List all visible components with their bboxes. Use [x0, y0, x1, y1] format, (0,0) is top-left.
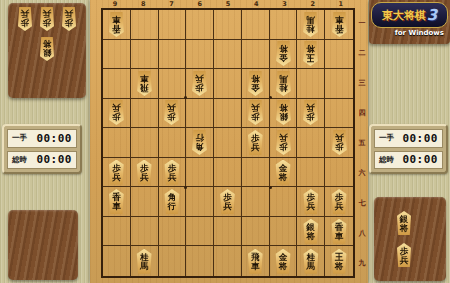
square-6-1[interactable] — [186, 10, 214, 40]
piece-lance[interactable]: 香車 — [329, 219, 350, 244]
square-7-2[interactable] — [159, 40, 187, 70]
file-label: 4 — [242, 0, 270, 8]
clock-panel-left: 一手 00:00 総時 00:00 — [2, 124, 82, 174]
rank-label: 一 — [356, 8, 368, 38]
piece-pawn[interactable]: 歩兵 — [273, 130, 294, 155]
piece-pawn[interactable]: 歩兵 — [300, 100, 321, 125]
rank-label: 九 — [356, 248, 368, 278]
piece-pawn[interactable]: 歩兵 — [189, 71, 210, 96]
piece-kanji: 兵 — [307, 103, 316, 112]
square-1-2[interactable] — [325, 40, 353, 70]
square-8-7[interactable] — [131, 187, 159, 217]
piece-kanji: 香 — [112, 24, 121, 33]
square-8-4[interactable] — [131, 99, 159, 129]
komadai-empty — [8, 210, 78, 280]
clock-total-label: 総時 — [379, 155, 394, 165]
square-9-1[interactable]: 香車 — [103, 10, 131, 40]
square-1-5[interactable]: 歩兵 — [325, 128, 353, 158]
square-2-9[interactable]: 桂馬 — [297, 246, 325, 276]
piece-kanji: 兵 — [400, 256, 409, 265]
file-label: 5 — [214, 0, 242, 8]
piece-pawn[interactable]: 歩兵 — [106, 100, 127, 125]
square-3-5[interactable]: 歩兵 — [270, 128, 298, 158]
square-9-4[interactable]: 歩兵 — [103, 99, 131, 129]
piece-rook[interactable]: 飛車 — [134, 71, 155, 96]
piece-kanji: 銀 — [279, 112, 288, 121]
square-4-4[interactable]: 歩兵 — [242, 99, 270, 129]
clock-move-label: 一手 — [379, 133, 394, 143]
piece-silver[interactable]: 銀将 — [273, 100, 294, 125]
piece-pawn[interactable]: 歩兵 — [394, 243, 414, 267]
square-3-9[interactable]: 金将 — [270, 246, 298, 276]
piece-lance[interactable]: 香車 — [329, 12, 350, 37]
square-8-6[interactable]: 歩兵 — [131, 158, 159, 188]
komadai-gote: 歩兵歩兵歩兵銀将 — [8, 3, 86, 98]
star-point — [184, 186, 187, 189]
piece-pawn[interactable]: 歩兵 — [106, 160, 127, 185]
square-9-9[interactable] — [103, 246, 131, 276]
clock-row-total: 総時 00:00 — [7, 151, 77, 170]
piece-pawn[interactable]: 歩兵 — [37, 7, 57, 31]
clock-total-label: 総時 — [12, 155, 27, 165]
square-7-8[interactable] — [159, 217, 187, 247]
piece-kanji: 兵 — [140, 173, 149, 182]
piece-pawn[interactable]: 歩兵 — [329, 189, 350, 214]
piece-kanji: 桂 — [307, 24, 316, 33]
file-label: 9 — [101, 0, 129, 8]
piece-kanji: 兵 — [223, 202, 232, 211]
square-3-1[interactable] — [270, 10, 298, 40]
piece-kanji: 馬 — [307, 262, 316, 271]
square-2-4[interactable]: 歩兵 — [297, 99, 325, 129]
piece-king[interactable]: 王将 — [329, 249, 350, 274]
piece-kanji: 行 — [168, 202, 177, 211]
piece-kanji: 兵 — [43, 9, 52, 18]
piece-kanji: 歩 — [307, 112, 316, 121]
square-1-4[interactable] — [325, 99, 353, 129]
square-2-6[interactable] — [297, 158, 325, 188]
square-5-6[interactable] — [214, 158, 242, 188]
board-grid: 香車桂馬香車金将玉将飛車歩兵金将桂馬歩兵歩兵歩兵銀将歩兵角行歩兵歩兵歩兵歩兵歩兵… — [101, 8, 355, 278]
piece-kanji: 将 — [43, 39, 52, 48]
piece-pawn[interactable]: 歩兵 — [217, 189, 238, 214]
piece-lance[interactable]: 香車 — [106, 12, 127, 37]
square-4-5[interactable]: 歩兵 — [242, 128, 270, 158]
square-2-1[interactable]: 桂馬 — [297, 10, 325, 40]
piece-kanji: 将 — [279, 44, 288, 53]
piece-kanji: 歩 — [21, 18, 30, 27]
clock-total-value: 00:00 — [402, 153, 438, 166]
piece-pawn[interactable]: 歩兵 — [161, 160, 182, 185]
piece-kanji: 香 — [335, 24, 344, 33]
rank-label: 四 — [356, 98, 368, 128]
piece-kanji: 金 — [251, 83, 260, 92]
square-5-1[interactable] — [214, 10, 242, 40]
rank-label: 七 — [356, 188, 368, 218]
square-4-6[interactable] — [242, 158, 270, 188]
square-2-2[interactable]: 玉将 — [297, 40, 325, 70]
square-2-5[interactable] — [297, 128, 325, 158]
square-6-3[interactable]: 歩兵 — [186, 69, 214, 99]
square-1-6[interactable] — [325, 158, 353, 188]
piece-knight[interactable]: 桂馬 — [273, 71, 294, 96]
piece-kanji: 歩 — [43, 18, 52, 27]
square-7-7[interactable]: 角行 — [159, 187, 187, 217]
square-5-5[interactable] — [214, 128, 242, 158]
square-6-5[interactable]: 角行 — [186, 128, 214, 158]
star-point — [269, 96, 272, 99]
file-label: 1 — [327, 0, 355, 8]
piece-kanji: 将 — [400, 224, 409, 233]
square-6-7[interactable] — [186, 187, 214, 217]
piece-kanji: 車 — [140, 74, 149, 83]
clock-row-move: 一手 00:00 — [7, 129, 77, 148]
piece-kanji: 車 — [112, 202, 121, 211]
piece-kanji: 将 — [279, 173, 288, 182]
piece-kanji: 歩 — [279, 142, 288, 151]
clock-total-value: 00:00 — [36, 153, 72, 166]
square-4-3[interactable]: 金将 — [242, 69, 270, 99]
piece-kanji: 兵 — [112, 173, 121, 182]
square-5-8[interactable] — [214, 217, 242, 247]
logo-version: 3 — [427, 6, 437, 24]
piece-gold[interactable]: 金将 — [273, 249, 294, 274]
square-5-9[interactable] — [214, 246, 242, 276]
rank-label: 三 — [356, 68, 368, 98]
piece-kanji: 車 — [335, 15, 344, 24]
piece-bishop[interactable]: 角行 — [161, 189, 182, 214]
square-9-5[interactable] — [103, 128, 131, 158]
square-7-6[interactable]: 歩兵 — [159, 158, 187, 188]
piece-kanji: 行 — [195, 133, 204, 142]
file-label: 7 — [157, 0, 185, 8]
piece-kanji: 角 — [195, 142, 204, 151]
rank-label: 六 — [356, 158, 368, 188]
piece-kanji: 歩 — [65, 18, 74, 27]
piece-kanji: 馬 — [140, 262, 149, 271]
clock-row-move: 一手 00:00 — [374, 129, 443, 148]
square-7-5[interactable] — [159, 128, 187, 158]
piece-kanji: 兵 — [168, 103, 177, 112]
piece-kanji: 車 — [251, 262, 260, 271]
logo-subtitle: for Windows — [369, 29, 450, 37]
clock-move-value: 00:00 — [36, 132, 72, 145]
piece-kanji: 銀 — [43, 48, 52, 57]
piece-lance[interactable]: 香車 — [106, 189, 127, 214]
rank-labels: 一二三四五六七八九 — [356, 8, 368, 278]
clock-panel-right: 一手 00:00 総時 00:00 — [369, 124, 448, 174]
piece-pawn[interactable]: 歩兵 — [134, 160, 155, 185]
square-8-2[interactable] — [131, 40, 159, 70]
piece-kanji: 歩 — [168, 112, 177, 121]
square-6-9[interactable] — [186, 246, 214, 276]
file-label: 8 — [129, 0, 157, 8]
piece-silver[interactable]: 銀将 — [37, 37, 57, 61]
square-4-7[interactable] — [242, 187, 270, 217]
piece-kanji: 兵 — [112, 103, 121, 112]
piece-kanji: 将 — [307, 232, 316, 241]
file-label: 3 — [270, 0, 298, 8]
piece-kanji: 歩 — [112, 112, 121, 121]
piece-kanji: 兵 — [335, 133, 344, 142]
square-4-9[interactable]: 飛車 — [242, 246, 270, 276]
piece-knight[interactable]: 桂馬 — [300, 249, 321, 274]
shogi-board: 987654321 一二三四五六七八九 香車桂馬香車金将玉将飛車歩兵金将桂馬歩兵… — [90, 0, 368, 283]
piece-pawn[interactable]: 歩兵 — [59, 7, 79, 31]
logo-panel: 東大将棋 3 for Windows — [369, 0, 450, 44]
piece-bishop[interactable]: 角行 — [189, 130, 210, 155]
logo-title: 東大将棋 — [382, 8, 426, 23]
piece-rook[interactable]: 飛車 — [245, 249, 266, 274]
square-1-3[interactable] — [325, 69, 353, 99]
star-point — [184, 96, 187, 99]
square-9-8[interactable] — [103, 217, 131, 247]
square-9-6[interactable]: 歩兵 — [103, 158, 131, 188]
piece-gold[interactable]: 金将 — [245, 71, 266, 96]
square-5-3[interactable] — [214, 69, 242, 99]
clock-move-label: 一手 — [12, 133, 27, 143]
piece-kanji: 兵 — [307, 202, 316, 211]
piece-kanji: 桂 — [279, 83, 288, 92]
piece-kanji: 兵 — [195, 74, 204, 83]
square-1-8[interactable]: 香車 — [325, 217, 353, 247]
piece-silver[interactable]: 銀将 — [300, 219, 321, 244]
square-8-9[interactable]: 桂馬 — [131, 246, 159, 276]
app-window: 987654321 一二三四五六七八九 香車桂馬香車金将玉将飛車歩兵金将桂馬歩兵… — [0, 0, 450, 283]
square-7-1[interactable] — [159, 10, 187, 40]
square-7-9[interactable] — [159, 246, 187, 276]
piece-kanji: 玉 — [307, 53, 316, 62]
square-3-2[interactable]: 金将 — [270, 40, 298, 70]
square-4-8[interactable] — [242, 217, 270, 247]
square-8-1[interactable] — [131, 10, 159, 40]
square-3-7[interactable] — [270, 187, 298, 217]
square-3-4[interactable]: 銀将 — [270, 99, 298, 129]
piece-kanji: 将 — [279, 103, 288, 112]
piece-knight[interactable]: 桂馬 — [300, 12, 321, 37]
piece-kanji: 兵 — [279, 133, 288, 142]
rank-label: 五 — [356, 128, 368, 158]
piece-pawn[interactable]: 歩兵 — [161, 100, 182, 125]
clock-move-value: 00:00 — [402, 132, 438, 145]
square-4-1[interactable] — [242, 10, 270, 40]
piece-kanji: 歩 — [195, 83, 204, 92]
piece-king[interactable]: 玉将 — [300, 41, 321, 66]
piece-pawn[interactable]: 歩兵 — [245, 100, 266, 125]
square-7-3[interactable] — [159, 69, 187, 99]
rank-label: 八 — [356, 218, 368, 248]
piece-knight[interactable]: 桂馬 — [134, 249, 155, 274]
piece-kanji: 兵 — [335, 202, 344, 211]
piece-kanji: 車 — [335, 232, 344, 241]
piece-kanji: 歩 — [251, 112, 260, 121]
square-9-2[interactable] — [103, 40, 131, 70]
square-6-2[interactable] — [186, 40, 214, 70]
piece-gold[interactable]: 金将 — [273, 41, 294, 66]
piece-gold[interactable]: 金将 — [273, 160, 294, 185]
square-9-3[interactable] — [103, 69, 131, 99]
piece-kanji: 兵 — [21, 9, 30, 18]
square-7-4[interactable]: 歩兵 — [159, 99, 187, 129]
square-8-3[interactable]: 飛車 — [131, 69, 159, 99]
piece-kanji: 馬 — [307, 15, 316, 24]
square-3-8[interactable] — [270, 217, 298, 247]
piece-kanji: 将 — [279, 262, 288, 271]
piece-kanji: 金 — [279, 53, 288, 62]
piece-kanji: 将 — [335, 262, 344, 271]
square-5-7[interactable]: 歩兵 — [214, 187, 242, 217]
piece-pawn[interactable]: 歩兵 — [245, 130, 266, 155]
square-5-4[interactable] — [214, 99, 242, 129]
piece-kanji: 歩 — [335, 142, 344, 151]
square-8-8[interactable] — [131, 217, 159, 247]
star-point — [269, 186, 272, 189]
square-2-3[interactable] — [297, 69, 325, 99]
piece-pawn[interactable]: 歩兵 — [329, 130, 350, 155]
piece-pawn[interactable]: 歩兵 — [300, 189, 321, 214]
piece-kanji: 兵 — [168, 173, 177, 182]
square-3-6[interactable]: 金将 — [270, 158, 298, 188]
piece-kanji: 兵 — [65, 9, 74, 18]
piece-kanji: 兵 — [251, 103, 260, 112]
piece-silver[interactable]: 銀将 — [394, 211, 414, 235]
square-8-5[interactable] — [131, 128, 159, 158]
square-4-2[interactable] — [242, 40, 270, 70]
square-9-7[interactable]: 香車 — [103, 187, 131, 217]
square-2-7[interactable]: 歩兵 — [297, 187, 325, 217]
piece-kanji: 将 — [251, 74, 260, 83]
file-label: 2 — [299, 0, 327, 8]
piece-pawn[interactable]: 歩兵 — [15, 7, 35, 31]
square-6-4[interactable] — [186, 99, 214, 129]
square-6-8[interactable] — [186, 217, 214, 247]
clock-row-total: 総時 00:00 — [374, 151, 443, 170]
komadai-sente: 銀将歩兵 — [374, 197, 446, 281]
square-1-7[interactable]: 歩兵 — [325, 187, 353, 217]
square-2-8[interactable]: 銀将 — [297, 217, 325, 247]
piece-kanji: 馬 — [279, 74, 288, 83]
piece-kanji: 兵 — [251, 143, 260, 152]
file-labels: 987654321 — [101, 0, 355, 8]
square-5-2[interactable] — [214, 40, 242, 70]
piece-kanji: 車 — [112, 15, 121, 24]
square-6-6[interactable] — [186, 158, 214, 188]
rank-label: 二 — [356, 38, 368, 68]
piece-kanji: 飛 — [140, 83, 149, 92]
square-1-9[interactable]: 王将 — [325, 246, 353, 276]
square-3-3[interactable]: 桂馬 — [270, 69, 298, 99]
square-1-1[interactable]: 香車 — [325, 10, 353, 40]
piece-kanji: 将 — [307, 44, 316, 53]
logo-box: 東大将棋 3 — [371, 2, 448, 28]
file-label: 6 — [186, 0, 214, 8]
